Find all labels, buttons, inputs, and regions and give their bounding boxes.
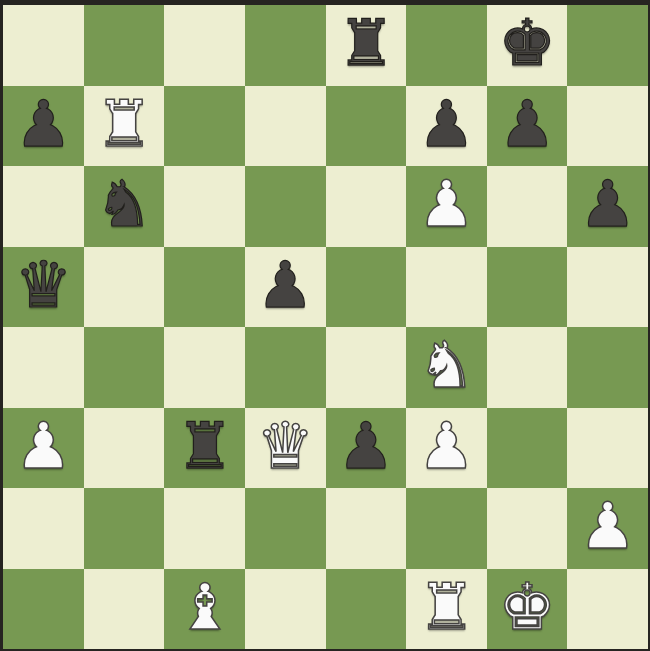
piece-white-rook[interactable]: ♜ [418,575,475,639]
square-c6[interactable] [164,166,245,247]
square-c8[interactable] [164,5,245,86]
square-b4[interactable] [84,327,165,408]
piece-white-rook[interactable]: ♜ [95,92,152,156]
piece-black-rook[interactable]: ♜ [337,11,394,75]
square-f8[interactable] [406,5,487,86]
piece-white-bishop[interactable]: ♝ [176,575,233,639]
square-f3[interactable]: ♟ [406,408,487,489]
square-f5[interactable] [406,247,487,328]
square-b6[interactable]: ♞ [84,166,165,247]
square-f7[interactable]: ♟ [406,86,487,167]
chess-app-frame: ♜♚♟♜♟♟♞♟♟♛♟♞♟♜♛♟♟♟♝♜♚ [0,0,650,651]
square-d5[interactable]: ♟ [245,247,326,328]
square-a3[interactable]: ♟ [3,408,84,489]
square-d8[interactable] [245,5,326,86]
piece-black-queen[interactable]: ♛ [15,253,72,317]
square-b2[interactable] [84,488,165,569]
square-g4[interactable] [487,327,568,408]
square-d3[interactable]: ♛ [245,408,326,489]
piece-black-pawn[interactable]: ♟ [15,92,72,156]
square-b1[interactable] [84,569,165,650]
square-h2[interactable]: ♟ [567,488,648,569]
piece-white-pawn[interactable]: ♟ [579,494,636,558]
square-e5[interactable] [326,247,407,328]
square-g5[interactable] [487,247,568,328]
square-f6[interactable]: ♟ [406,166,487,247]
square-c3[interactable]: ♜ [164,408,245,489]
square-e6[interactable] [326,166,407,247]
piece-black-pawn[interactable]: ♟ [498,92,555,156]
square-h3[interactable] [567,408,648,489]
square-c5[interactable] [164,247,245,328]
square-c1[interactable]: ♝ [164,569,245,650]
square-h1[interactable] [567,569,648,650]
square-e3[interactable]: ♟ [326,408,407,489]
square-e7[interactable] [326,86,407,167]
square-h7[interactable] [567,86,648,167]
square-d4[interactable] [245,327,326,408]
square-c2[interactable] [164,488,245,569]
piece-white-pawn[interactable]: ♟ [418,172,475,236]
square-f4[interactable]: ♞ [406,327,487,408]
square-a8[interactable] [3,5,84,86]
square-d2[interactable] [245,488,326,569]
square-d6[interactable] [245,166,326,247]
square-c4[interactable] [164,327,245,408]
square-g3[interactable] [487,408,568,489]
square-d7[interactable] [245,86,326,167]
square-h5[interactable] [567,247,648,328]
square-g6[interactable] [487,166,568,247]
square-a1[interactable] [3,569,84,650]
square-h6[interactable]: ♟ [567,166,648,247]
square-b5[interactable] [84,247,165,328]
square-g1[interactable]: ♚ [487,569,568,650]
square-e2[interactable] [326,488,407,569]
piece-black-rook[interactable]: ♜ [176,414,233,478]
piece-white-pawn[interactable]: ♟ [15,414,72,478]
square-f1[interactable]: ♜ [406,569,487,650]
piece-white-pawn[interactable]: ♟ [418,414,475,478]
square-e4[interactable] [326,327,407,408]
piece-black-pawn[interactable]: ♟ [257,253,314,317]
square-h4[interactable] [567,327,648,408]
square-a7[interactable]: ♟ [3,86,84,167]
square-h8[interactable] [567,5,648,86]
square-g2[interactable] [487,488,568,569]
piece-black-knight[interactable]: ♞ [95,172,152,236]
square-b3[interactable] [84,408,165,489]
piece-black-pawn[interactable]: ♟ [418,92,475,156]
square-a4[interactable] [3,327,84,408]
square-g7[interactable]: ♟ [487,86,568,167]
piece-white-knight[interactable]: ♞ [418,333,475,397]
square-a5[interactable]: ♛ [3,247,84,328]
square-a6[interactable] [3,166,84,247]
chess-board: ♜♚♟♜♟♟♞♟♟♛♟♞♟♜♛♟♟♟♝♜♚ [3,5,648,649]
piece-black-pawn[interactable]: ♟ [337,414,394,478]
square-c7[interactable] [164,86,245,167]
square-b7[interactable]: ♜ [84,86,165,167]
square-b8[interactable] [84,5,165,86]
square-e1[interactable] [326,569,407,650]
piece-white-king[interactable]: ♚ [498,575,555,639]
square-g8[interactable]: ♚ [487,5,568,86]
square-a2[interactable] [3,488,84,569]
square-f2[interactable] [406,488,487,569]
square-d1[interactable] [245,569,326,650]
piece-white-queen[interactable]: ♛ [257,414,314,478]
piece-black-pawn[interactable]: ♟ [579,172,636,236]
piece-black-king[interactable]: ♚ [498,11,555,75]
square-e8[interactable]: ♜ [326,5,407,86]
